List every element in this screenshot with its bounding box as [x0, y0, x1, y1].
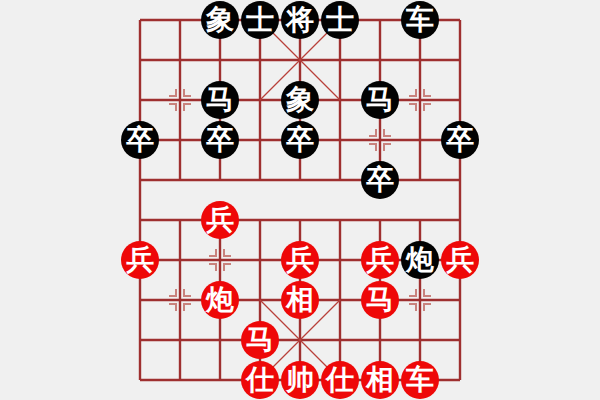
board-point: 炮 — [400, 240, 440, 280]
board-points: 象士将士车马象马卒卒卒卒卒兵兵兵兵炮兵炮相马马仕帅仕相车 — [120, 0, 480, 400]
board-point — [240, 160, 280, 200]
piece-red-elephant[interactable]: 相 — [361, 361, 399, 399]
board-point — [440, 320, 480, 360]
piece-black-advisor[interactable]: 士 — [321, 1, 359, 39]
piece-red-advisor[interactable]: 仕 — [321, 361, 359, 399]
board-point — [160, 320, 200, 360]
board-point: 马 — [360, 280, 400, 320]
board-point — [440, 160, 480, 200]
board-point — [160, 80, 200, 120]
board-point — [160, 360, 200, 400]
board-point — [320, 200, 360, 240]
board-point — [320, 240, 360, 280]
board-point — [120, 320, 160, 360]
board-point — [120, 80, 160, 120]
board-point — [440, 80, 480, 120]
board-point — [400, 280, 440, 320]
piece-red-horse[interactable]: 马 — [241, 321, 279, 359]
board-point: 炮 — [200, 280, 240, 320]
piece-red-soldier[interactable]: 兵 — [121, 241, 159, 279]
board-point — [360, 120, 400, 160]
board-point: 马 — [200, 80, 240, 120]
board-point: 仕 — [240, 360, 280, 400]
piece-red-cannon[interactable]: 炮 — [201, 281, 239, 319]
piece-black-cannon[interactable]: 炮 — [401, 241, 439, 279]
board-point: 相 — [360, 360, 400, 400]
board-point — [200, 160, 240, 200]
board-point: 象 — [200, 0, 240, 40]
board-point — [120, 0, 160, 40]
board-point: 卒 — [360, 160, 400, 200]
board-point: 士 — [320, 0, 360, 40]
piece-black-soldier[interactable]: 卒 — [441, 121, 479, 159]
board-point: 卒 — [200, 120, 240, 160]
board-point — [440, 360, 480, 400]
board-point — [360, 0, 400, 40]
board-point — [280, 200, 320, 240]
board-point — [120, 200, 160, 240]
board-point: 卒 — [280, 120, 320, 160]
piece-black-elephant[interactable]: 象 — [201, 1, 239, 39]
piece-black-horse[interactable]: 马 — [361, 81, 399, 119]
board-point — [200, 240, 240, 280]
board-point — [440, 40, 480, 80]
board-point — [240, 120, 280, 160]
piece-red-general[interactable]: 帅 — [281, 361, 319, 399]
piece-black-soldier[interactable]: 卒 — [201, 121, 239, 159]
piece-red-soldier[interactable]: 兵 — [441, 241, 479, 279]
board-point — [160, 40, 200, 80]
board-point — [120, 160, 160, 200]
board-point — [360, 320, 400, 360]
board-point — [200, 360, 240, 400]
piece-black-general[interactable]: 将 — [281, 1, 319, 39]
board-point — [400, 40, 440, 80]
board-point: 相 — [280, 280, 320, 320]
board-point — [160, 240, 200, 280]
board-point — [160, 200, 200, 240]
board-point — [400, 200, 440, 240]
board-point — [240, 240, 280, 280]
board-point — [200, 320, 240, 360]
piece-black-elephant[interactable]: 象 — [281, 81, 319, 119]
piece-black-soldier[interactable]: 卒 — [281, 121, 319, 159]
board-point: 帅 — [280, 360, 320, 400]
board-point — [160, 160, 200, 200]
board-point — [320, 320, 360, 360]
board-point: 将 — [280, 0, 320, 40]
board-point — [240, 80, 280, 120]
board-point — [400, 320, 440, 360]
piece-red-soldier[interactable]: 兵 — [201, 201, 239, 239]
board-point — [440, 280, 480, 320]
board-point — [280, 40, 320, 80]
board-point: 卒 — [440, 120, 480, 160]
board-point — [160, 280, 200, 320]
board-point — [280, 160, 320, 200]
piece-red-soldier[interactable]: 兵 — [361, 241, 399, 279]
board-point: 马 — [240, 320, 280, 360]
board-point: 兵 — [360, 240, 400, 280]
piece-black-soldier[interactable]: 卒 — [361, 161, 399, 199]
board-point — [320, 280, 360, 320]
board-point — [400, 120, 440, 160]
board-point — [440, 0, 480, 40]
piece-red-horse[interactable]: 马 — [361, 281, 399, 319]
board-point: 车 — [400, 0, 440, 40]
board-point: 车 — [400, 360, 440, 400]
piece-red-chariot[interactable]: 车 — [401, 361, 439, 399]
board-point — [200, 40, 240, 80]
board-point — [280, 320, 320, 360]
board-point — [320, 160, 360, 200]
board-point — [240, 200, 280, 240]
piece-red-advisor[interactable]: 仕 — [241, 361, 279, 399]
xiangqi-board: 象士将士车马象马卒卒卒卒卒兵兵兵兵炮兵炮相马马仕帅仕相车 — [0, 0, 600, 400]
board-point: 仕 — [320, 360, 360, 400]
board-point — [240, 40, 280, 80]
board-point: 象 — [280, 80, 320, 120]
board-point: 兵 — [440, 240, 480, 280]
board-point — [120, 40, 160, 80]
board-point — [400, 160, 440, 200]
piece-black-chariot[interactable]: 车 — [401, 1, 439, 39]
board-point: 兵 — [200, 200, 240, 240]
piece-red-elephant[interactable]: 相 — [281, 281, 319, 319]
piece-red-soldier[interactable]: 兵 — [281, 241, 319, 279]
board-point: 士 — [240, 0, 280, 40]
board-point — [320, 80, 360, 120]
board-point: 兵 — [280, 240, 320, 280]
board-point — [160, 0, 200, 40]
piece-black-horse[interactable]: 马 — [201, 81, 239, 119]
board-point — [320, 120, 360, 160]
board-point — [400, 80, 440, 120]
board-point — [360, 40, 400, 80]
board-point — [320, 40, 360, 80]
piece-black-soldier[interactable]: 卒 — [121, 121, 159, 159]
piece-black-advisor[interactable]: 士 — [241, 1, 279, 39]
board-point: 马 — [360, 80, 400, 120]
board-point — [120, 360, 160, 400]
board-point — [160, 120, 200, 160]
board-point: 兵 — [120, 240, 160, 280]
board-point — [120, 280, 160, 320]
board-point — [360, 200, 400, 240]
board-point — [440, 200, 480, 240]
board-point — [240, 280, 280, 320]
board-point: 卒 — [120, 120, 160, 160]
